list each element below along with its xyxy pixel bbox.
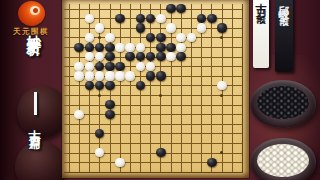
board-intersection — [84, 100, 94, 110]
board-intersection — [84, 71, 94, 81]
board-intersection — [95, 167, 105, 177]
board-intersection — [135, 33, 145, 43]
board-intersection — [237, 138, 247, 148]
player-name: 邱峻 — [276, 0, 292, 2]
board-intersection — [74, 42, 84, 52]
board-intersection — [166, 4, 176, 14]
black-stone — [156, 148, 166, 157]
board-intersection — [146, 119, 156, 129]
board-intersection — [125, 90, 135, 100]
black-stone — [95, 43, 105, 52]
board-intersection — [115, 110, 125, 120]
board-intersection — [95, 52, 105, 62]
board-intersection — [125, 33, 135, 43]
board-intersection — [186, 62, 196, 72]
board-intersection — [176, 81, 186, 91]
board-intersection — [64, 119, 74, 129]
board-intersection — [217, 90, 227, 100]
board-intersection — [115, 14, 125, 24]
white-stone — [95, 23, 105, 32]
white-stone — [166, 52, 176, 61]
board-intersection — [74, 4, 84, 14]
black-stone — [166, 4, 176, 13]
board-intersection — [176, 42, 186, 52]
black-stone — [105, 110, 115, 119]
board-intersection — [196, 62, 206, 72]
board-intersection — [156, 62, 166, 72]
board-intersection — [84, 158, 94, 168]
white-stone — [136, 43, 146, 52]
board-intersection — [95, 33, 105, 43]
board-intersection — [125, 148, 135, 158]
white-stone — [74, 110, 84, 119]
board-intersection — [125, 14, 135, 24]
board-intersection — [84, 33, 94, 43]
board-intersection — [125, 52, 135, 62]
board-intersection — [135, 90, 145, 100]
board-intersection — [64, 90, 74, 100]
board-intersection — [217, 81, 227, 91]
black-stone — [197, 14, 207, 23]
board-intersection — [217, 23, 227, 33]
board-intersection — [105, 52, 115, 62]
board-intersection — [74, 167, 84, 177]
board-intersection — [105, 158, 115, 168]
board-intersection — [207, 71, 217, 81]
board-intersection — [115, 23, 125, 33]
board-intersection — [115, 100, 125, 110]
board-intersection — [227, 129, 237, 139]
board-intersection — [74, 52, 84, 62]
board-intersection — [95, 138, 105, 148]
board-intersection — [64, 129, 74, 139]
board-intersection — [217, 119, 227, 129]
board-intersection — [84, 167, 94, 177]
board-intersection — [156, 100, 166, 110]
board-intersection — [125, 100, 135, 110]
board-intersection — [146, 90, 156, 100]
black-stone — [207, 14, 217, 23]
board-intersection — [237, 148, 247, 158]
board-intersection — [207, 138, 217, 148]
board-intersection — [146, 148, 156, 158]
star-point — [220, 94, 223, 97]
white-stone — [187, 33, 197, 42]
board-intersection — [156, 71, 166, 81]
board-intersection — [156, 110, 166, 120]
white-stone — [146, 62, 156, 71]
board-intersection — [64, 138, 74, 148]
board-intersection — [115, 4, 125, 14]
white-name-plate: 古力 七段 — [253, 0, 269, 68]
board-intersection — [176, 138, 186, 148]
board-intersection — [166, 42, 176, 52]
program-title: 妙手赏析 — [25, 23, 43, 31]
board-intersection — [207, 110, 217, 120]
board-intersection — [227, 119, 237, 129]
go-board-grid — [64, 4, 247, 177]
board-intersection — [125, 138, 135, 148]
board-intersection — [95, 148, 105, 158]
white-stone — [217, 81, 227, 90]
white-stone — [95, 148, 105, 157]
board-intersection — [146, 71, 156, 81]
decorative-stone-bowl-bottom — [15, 141, 67, 180]
board-intersection — [176, 14, 186, 24]
board-intersection — [237, 129, 247, 139]
board-intersection — [74, 23, 84, 33]
board-intersection — [156, 42, 166, 52]
board-intersection — [156, 148, 166, 158]
board-intersection — [237, 110, 247, 120]
board-intersection — [105, 129, 115, 139]
board-intersection — [196, 129, 206, 139]
board-intersection — [166, 148, 176, 158]
board-intersection — [156, 52, 166, 62]
board-intersection — [227, 158, 237, 168]
board-intersection — [125, 42, 135, 52]
board-intersection — [95, 129, 105, 139]
board-intersection — [207, 42, 217, 52]
black-stone — [176, 52, 186, 61]
board-intersection — [146, 167, 156, 177]
board-intersection — [125, 71, 135, 81]
board-intersection — [156, 81, 166, 91]
board-intersection — [176, 110, 186, 120]
board-intersection — [237, 23, 247, 33]
board-intersection — [217, 71, 227, 81]
board-intersection — [135, 71, 145, 81]
board-intersection — [115, 33, 125, 43]
board-intersection — [196, 42, 206, 52]
board-intersection — [196, 138, 206, 148]
board-intersection — [217, 100, 227, 110]
board-intersection — [74, 138, 84, 148]
board-intersection — [84, 129, 94, 139]
board-intersection — [217, 4, 227, 14]
board-intersection — [74, 14, 84, 24]
black-stone — [136, 81, 146, 90]
board-intersection — [84, 42, 94, 52]
board-intersection — [64, 100, 74, 110]
board-intersection — [227, 100, 237, 110]
board-intersection — [227, 52, 237, 62]
board-intersection — [156, 14, 166, 24]
board-intersection — [217, 33, 227, 43]
board-intersection — [64, 52, 74, 62]
board-intersection — [166, 33, 176, 43]
board-intersection — [196, 52, 206, 62]
board-intersection — [115, 129, 125, 139]
white-stone — [136, 62, 146, 71]
board-intersection — [74, 129, 84, 139]
board-intersection — [105, 14, 115, 24]
board-intersection — [217, 129, 227, 139]
board-intersection — [84, 119, 94, 129]
star-point — [98, 94, 101, 97]
board-intersection — [74, 158, 84, 168]
board-intersection — [105, 33, 115, 43]
star-point — [220, 36, 223, 39]
white-stone — [85, 14, 95, 23]
board-intersection — [84, 23, 94, 33]
board-intersection — [95, 42, 105, 52]
board-intersection — [166, 100, 176, 110]
board-intersection — [166, 52, 176, 62]
white-stone — [85, 71, 95, 80]
board-intersection — [64, 14, 74, 24]
black-stone — [105, 52, 115, 61]
white-stone — [176, 33, 186, 42]
board-intersection — [156, 167, 166, 177]
go-board — [62, 0, 249, 178]
board-intersection — [207, 4, 217, 14]
board-intersection — [156, 33, 166, 43]
white-stone — [197, 23, 207, 32]
board-intersection — [95, 71, 105, 81]
board-intersection — [64, 81, 74, 91]
board-intersection — [227, 90, 237, 100]
board-intersection — [84, 138, 94, 148]
board-intersection — [176, 129, 186, 139]
board-intersection — [74, 110, 84, 120]
board-intersection — [125, 62, 135, 72]
board-intersection — [176, 23, 186, 33]
board-intersection — [237, 119, 247, 129]
board-intersection — [207, 129, 217, 139]
board-intersection — [64, 23, 74, 33]
board-intersection — [84, 62, 94, 72]
black-stone — [115, 14, 125, 23]
board-intersection — [227, 4, 237, 14]
board-intersection — [166, 71, 176, 81]
board-intersection — [176, 167, 186, 177]
board-intersection — [115, 90, 125, 100]
board-intersection — [237, 90, 247, 100]
black-name-plate: 邱峻 七段 — [275, 0, 293, 72]
board-intersection — [105, 62, 115, 72]
white-stone — [85, 33, 95, 42]
board-intersection — [166, 90, 176, 100]
board-intersection — [74, 81, 84, 91]
board-intersection — [115, 148, 125, 158]
board-intersection — [84, 81, 94, 91]
board-intersection — [125, 4, 135, 14]
white-stone — [85, 62, 95, 71]
board-intersection — [196, 90, 206, 100]
board-intersection — [74, 33, 84, 43]
board-intersection — [166, 110, 176, 120]
board-intersection — [105, 71, 115, 81]
star-point — [98, 36, 101, 39]
board-intersection — [146, 62, 156, 72]
board-intersection — [115, 71, 125, 81]
board-intersection — [156, 90, 166, 100]
board-intersection — [207, 81, 217, 91]
black-stone — [156, 43, 166, 52]
board-intersection — [64, 167, 74, 177]
board-intersection — [176, 119, 186, 129]
board-intersection — [156, 4, 166, 14]
white-stone — [115, 71, 125, 80]
board-intersection — [64, 42, 74, 52]
black-stone — [166, 43, 176, 52]
board-intersection — [176, 52, 186, 62]
board-intersection — [95, 110, 105, 120]
white-stone — [176, 43, 186, 52]
board-intersection — [237, 158, 247, 168]
board-intersection — [95, 81, 105, 91]
black-stone — [115, 62, 125, 71]
white-stone — [95, 52, 105, 61]
black-stone — [176, 4, 186, 13]
board-intersection — [186, 14, 196, 24]
white-stone — [85, 52, 95, 61]
board-intersection — [207, 62, 217, 72]
board-intersection — [227, 42, 237, 52]
board-intersection — [217, 52, 227, 62]
black-stone — [156, 33, 166, 42]
board-intersection — [135, 119, 145, 129]
board-intersection — [196, 167, 206, 177]
board-intersection — [64, 4, 74, 14]
board-intersection — [135, 129, 145, 139]
board-intersection — [186, 33, 196, 43]
black-stone — [105, 100, 115, 109]
board-intersection — [176, 4, 186, 14]
board-intersection — [196, 158, 206, 168]
board-intersection — [95, 100, 105, 110]
board-intersection — [196, 71, 206, 81]
board-intersection — [95, 62, 105, 72]
black-stone — [105, 43, 115, 52]
board-intersection — [196, 14, 206, 24]
tv-go-broadcast-frame: 天元围棋 妙手赏析 古力篇 古力 七段 邱峻 七段 — [0, 0, 320, 180]
board-intersection — [237, 71, 247, 81]
board-intersection — [95, 14, 105, 24]
board-intersection — [95, 119, 105, 129]
board-intersection — [207, 33, 217, 43]
board-intersection — [217, 110, 227, 120]
board-intersection — [64, 62, 74, 72]
board-intersection — [105, 167, 115, 177]
board-intersection — [227, 14, 237, 24]
board-intersection — [135, 23, 145, 33]
board-intersection — [207, 100, 217, 110]
board-intersection — [146, 4, 156, 14]
white-stone — [74, 62, 84, 71]
board-intersection — [156, 158, 166, 168]
board-intersection — [115, 42, 125, 52]
board-intersection — [105, 110, 115, 120]
board-intersection — [186, 110, 196, 120]
board-intersection — [227, 23, 237, 33]
black-stone — [136, 52, 146, 61]
board-intersection — [227, 167, 237, 177]
board-intersection — [135, 158, 145, 168]
black-stone — [125, 52, 135, 61]
board-intersection — [115, 167, 125, 177]
board-intersection — [186, 158, 196, 168]
black-stone — [95, 81, 105, 90]
board-intersection — [105, 42, 115, 52]
board-intersection — [135, 4, 145, 14]
black-stone — [156, 52, 166, 61]
board-intersection — [84, 4, 94, 14]
board-intersection — [217, 148, 227, 158]
board-intersection — [95, 23, 105, 33]
board-intersection — [196, 33, 206, 43]
board-intersection — [156, 129, 166, 139]
board-intersection — [146, 138, 156, 148]
board-intersection — [237, 52, 247, 62]
board-intersection — [125, 81, 135, 91]
board-intersection — [166, 62, 176, 72]
board-intersection — [217, 14, 227, 24]
board-intersection — [207, 90, 217, 100]
board-intersection — [135, 52, 145, 62]
white-stone — [166, 23, 176, 32]
board-intersection — [186, 42, 196, 52]
board-intersection — [186, 119, 196, 129]
black-stone — [74, 43, 84, 52]
board-intersection — [186, 90, 196, 100]
board-intersection — [105, 4, 115, 14]
board-intersection — [95, 158, 105, 168]
board-intersection — [176, 158, 186, 168]
board-intersection — [227, 71, 237, 81]
board-intersection — [74, 90, 84, 100]
board-intersection — [207, 14, 217, 24]
board-intersection — [115, 119, 125, 129]
board-intersection — [74, 148, 84, 158]
board-intersection — [186, 138, 196, 148]
black-stone — [85, 81, 95, 90]
board-intersection — [196, 23, 206, 33]
title-separator-line — [34, 92, 37, 115]
board-intersection — [146, 158, 156, 168]
white-stone — [115, 158, 125, 167]
board-intersection — [84, 148, 94, 158]
board-intersection — [95, 4, 105, 14]
board-intersection — [125, 23, 135, 33]
board-intersection — [135, 167, 145, 177]
board-intersection — [135, 148, 145, 158]
black-stone — [136, 14, 146, 23]
board-intersection — [156, 23, 166, 33]
board-intersection — [186, 129, 196, 139]
black-stone — [105, 81, 115, 90]
board-intersection — [115, 81, 125, 91]
board-intersection — [146, 42, 156, 52]
white-stones-fill — [257, 144, 309, 177]
board-intersection — [146, 14, 156, 24]
star-point — [220, 151, 223, 154]
board-intersection — [227, 148, 237, 158]
board-intersection — [176, 100, 186, 110]
board-intersection — [166, 167, 176, 177]
board-intersection — [146, 110, 156, 120]
player-rank: 七段 — [276, 9, 292, 11]
board-intersection — [105, 119, 115, 129]
white-stone — [125, 43, 135, 52]
board-intersection — [237, 100, 247, 110]
board-intersection — [95, 90, 105, 100]
board-intersection — [105, 81, 115, 91]
board-intersection — [105, 138, 115, 148]
board-intersection — [64, 110, 74, 120]
black-stone — [217, 23, 227, 32]
